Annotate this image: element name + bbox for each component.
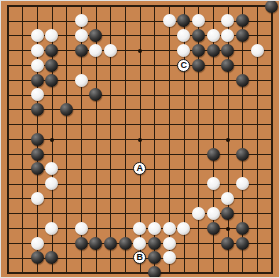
board-point[interactable] <box>118 28 133 43</box>
board-point[interactable] <box>235 87 250 102</box>
board-point[interactable] <box>118 265 133 278</box>
board-point[interactable] <box>1 13 16 28</box>
board-point[interactable] <box>15 28 30 43</box>
board-point[interactable] <box>147 43 162 58</box>
board-point[interactable] <box>59 117 74 132</box>
go-board[interactable]: CAB <box>0 0 280 278</box>
board-point[interactable] <box>30 236 45 251</box>
board-point[interactable] <box>1 58 16 73</box>
board-point[interactable] <box>103 191 118 206</box>
board-point[interactable] <box>103 206 118 221</box>
board-point[interactable] <box>264 13 279 28</box>
board-point[interactable] <box>162 28 177 43</box>
board-point[interactable] <box>147 147 162 162</box>
board-point[interactable] <box>1 147 16 162</box>
board-point[interactable] <box>264 117 279 132</box>
board-point[interactable] <box>206 250 221 265</box>
board-point[interactable] <box>206 87 221 102</box>
board-point[interactable] <box>264 102 279 117</box>
option-label-A[interactable]: A <box>133 162 146 175</box>
board-point[interactable] <box>191 87 206 102</box>
board-point[interactable] <box>220 236 235 251</box>
board-point[interactable] <box>162 73 177 88</box>
board-point[interactable] <box>89 250 104 265</box>
board-point[interactable] <box>59 265 74 278</box>
board-point[interactable] <box>59 28 74 43</box>
board-point[interactable] <box>74 73 89 88</box>
board-point[interactable] <box>74 191 89 206</box>
board-point[interactable] <box>162 43 177 58</box>
board-point[interactable] <box>30 73 45 88</box>
board-point[interactable] <box>15 43 30 58</box>
board-point[interactable] <box>235 206 250 221</box>
board-point[interactable] <box>176 147 191 162</box>
board-point[interactable] <box>1 191 16 206</box>
board-point[interactable] <box>45 191 60 206</box>
board-point[interactable] <box>15 250 30 265</box>
board-point[interactable] <box>206 206 221 221</box>
board-point[interactable] <box>250 132 265 147</box>
board-point[interactable] <box>118 147 133 162</box>
board-point[interactable] <box>30 147 45 162</box>
board-point[interactable] <box>45 250 60 265</box>
board-point[interactable] <box>133 87 148 102</box>
board-point[interactable] <box>59 58 74 73</box>
board-point[interactable] <box>1 250 16 265</box>
board-point[interactable] <box>59 132 74 147</box>
board-point[interactable] <box>176 162 191 177</box>
board-point[interactable] <box>220 87 235 102</box>
board-point[interactable] <box>206 236 221 251</box>
board-point[interactable] <box>220 43 235 58</box>
board-point[interactable] <box>191 117 206 132</box>
board-point[interactable] <box>74 43 89 58</box>
board-point[interactable] <box>15 0 30 13</box>
board-point[interactable] <box>250 265 265 278</box>
board-point[interactable] <box>191 102 206 117</box>
board-point[interactable] <box>89 162 104 177</box>
board-point[interactable] <box>1 0 16 13</box>
board-point[interactable] <box>220 0 235 13</box>
board-point[interactable] <box>118 250 133 265</box>
board-point[interactable] <box>264 87 279 102</box>
board-point[interactable] <box>147 265 162 278</box>
board-point[interactable] <box>264 0 279 13</box>
board-point[interactable] <box>30 102 45 117</box>
board-point[interactable] <box>74 176 89 191</box>
board-point[interactable] <box>103 147 118 162</box>
board-point[interactable] <box>250 102 265 117</box>
board-point[interactable] <box>235 73 250 88</box>
board-point[interactable] <box>59 73 74 88</box>
board-point[interactable] <box>103 73 118 88</box>
board-point[interactable] <box>103 87 118 102</box>
board-point[interactable] <box>176 13 191 28</box>
board-point[interactable] <box>147 13 162 28</box>
board-point[interactable] <box>220 102 235 117</box>
board-point[interactable] <box>147 58 162 73</box>
board-point[interactable]: B <box>133 250 148 265</box>
board-point[interactable] <box>118 13 133 28</box>
board-point[interactable] <box>206 102 221 117</box>
board-point[interactable] <box>162 87 177 102</box>
board-point[interactable] <box>162 206 177 221</box>
board-point[interactable] <box>176 206 191 221</box>
board-point[interactable] <box>191 132 206 147</box>
board-point[interactable] <box>162 132 177 147</box>
board-point[interactable] <box>30 265 45 278</box>
board-point[interactable] <box>30 132 45 147</box>
board-point[interactable] <box>250 221 265 236</box>
board-point[interactable] <box>74 265 89 278</box>
board-point[interactable] <box>118 206 133 221</box>
board-point[interactable] <box>191 176 206 191</box>
board-point[interactable] <box>45 73 60 88</box>
board-point[interactable] <box>59 236 74 251</box>
board-point[interactable] <box>133 0 148 13</box>
board-point[interactable] <box>45 176 60 191</box>
board-point[interactable] <box>220 250 235 265</box>
board-point[interactable] <box>220 58 235 73</box>
board-point[interactable] <box>59 191 74 206</box>
board-point[interactable] <box>206 13 221 28</box>
board-point[interactable] <box>118 191 133 206</box>
board-point[interactable] <box>89 13 104 28</box>
board-point[interactable] <box>45 147 60 162</box>
board-point[interactable] <box>206 43 221 58</box>
board-point[interactable] <box>89 236 104 251</box>
board-point[interactable] <box>220 147 235 162</box>
board-point[interactable] <box>89 147 104 162</box>
board-point[interactable] <box>1 206 16 221</box>
board-point[interactable] <box>1 236 16 251</box>
board-point[interactable] <box>147 28 162 43</box>
board-point[interactable] <box>45 236 60 251</box>
board-point[interactable] <box>15 117 30 132</box>
board-point[interactable] <box>264 250 279 265</box>
board-point[interactable] <box>30 206 45 221</box>
board-point[interactable] <box>264 147 279 162</box>
board-point[interactable] <box>59 13 74 28</box>
board-point[interactable] <box>206 0 221 13</box>
board-point[interactable] <box>103 28 118 43</box>
board-point[interactable] <box>147 206 162 221</box>
board-point[interactable] <box>59 162 74 177</box>
board-point[interactable] <box>15 73 30 88</box>
board-point[interactable] <box>264 191 279 206</box>
board-point[interactable]: C <box>176 58 191 73</box>
board-point[interactable] <box>250 250 265 265</box>
board-point[interactable] <box>264 236 279 251</box>
board-point[interactable] <box>176 236 191 251</box>
board-point[interactable] <box>191 58 206 73</box>
board-point[interactable] <box>89 0 104 13</box>
board-point[interactable] <box>250 162 265 177</box>
board-point[interactable] <box>147 250 162 265</box>
board-point[interactable] <box>59 0 74 13</box>
board-point[interactable] <box>30 87 45 102</box>
board-point[interactable] <box>133 221 148 236</box>
board-point[interactable] <box>191 162 206 177</box>
board-point[interactable] <box>133 147 148 162</box>
board-point[interactable] <box>59 87 74 102</box>
board-point[interactable] <box>220 73 235 88</box>
board-point[interactable] <box>30 117 45 132</box>
board-point[interactable] <box>45 117 60 132</box>
board-point[interactable] <box>89 87 104 102</box>
board-point[interactable] <box>103 58 118 73</box>
board-point[interactable] <box>162 117 177 132</box>
board-point[interactable] <box>89 191 104 206</box>
board-point[interactable] <box>206 58 221 73</box>
board-point[interactable] <box>235 265 250 278</box>
board-point[interactable] <box>1 28 16 43</box>
board-point[interactable] <box>15 147 30 162</box>
board-point[interactable] <box>176 87 191 102</box>
board-point[interactable] <box>59 147 74 162</box>
board-point[interactable] <box>264 58 279 73</box>
board-point[interactable] <box>30 13 45 28</box>
board-point[interactable] <box>206 191 221 206</box>
board-point[interactable] <box>250 117 265 132</box>
board-point[interactable] <box>220 13 235 28</box>
board-point[interactable] <box>162 221 177 236</box>
board-point[interactable] <box>74 147 89 162</box>
board-point[interactable] <box>74 206 89 221</box>
board-point[interactable] <box>235 117 250 132</box>
board-point[interactable] <box>103 176 118 191</box>
board-point[interactable] <box>206 162 221 177</box>
board-point[interactable] <box>103 117 118 132</box>
board-point[interactable] <box>15 102 30 117</box>
board-point[interactable] <box>176 176 191 191</box>
board-point[interactable] <box>89 176 104 191</box>
board-point[interactable] <box>45 102 60 117</box>
board-point[interactable] <box>1 87 16 102</box>
board-point[interactable] <box>220 176 235 191</box>
option-label-B[interactable]: B <box>133 251 146 264</box>
board-point[interactable] <box>162 13 177 28</box>
board-point[interactable] <box>147 132 162 147</box>
board-point[interactable] <box>59 206 74 221</box>
board-point[interactable] <box>147 236 162 251</box>
board-point[interactable] <box>220 221 235 236</box>
board-point[interactable] <box>147 162 162 177</box>
board-point[interactable] <box>191 250 206 265</box>
board-point[interactable] <box>89 102 104 117</box>
board-point[interactable] <box>235 147 250 162</box>
board-point[interactable] <box>45 206 60 221</box>
board-point[interactable] <box>133 265 148 278</box>
board-point[interactable] <box>45 28 60 43</box>
board-point[interactable] <box>191 13 206 28</box>
board-point[interactable] <box>1 265 16 278</box>
board-point[interactable] <box>206 221 221 236</box>
board-point[interactable] <box>133 43 148 58</box>
board-point[interactable] <box>162 191 177 206</box>
board-point[interactable] <box>59 176 74 191</box>
board-point[interactable] <box>235 176 250 191</box>
board-point[interactable] <box>89 58 104 73</box>
board-point[interactable] <box>103 265 118 278</box>
board-point[interactable] <box>162 236 177 251</box>
board-point[interactable] <box>147 117 162 132</box>
board-point[interactable] <box>74 87 89 102</box>
board-point[interactable] <box>206 176 221 191</box>
board-point[interactable] <box>74 0 89 13</box>
board-point[interactable] <box>118 221 133 236</box>
board-point[interactable] <box>235 221 250 236</box>
board-point[interactable] <box>15 236 30 251</box>
board-point[interactable] <box>89 265 104 278</box>
board-point[interactable] <box>264 176 279 191</box>
board-point[interactable] <box>264 221 279 236</box>
board-point[interactable] <box>147 73 162 88</box>
board-point[interactable] <box>264 206 279 221</box>
board-point[interactable] <box>206 28 221 43</box>
board-point[interactable] <box>176 265 191 278</box>
board-point[interactable] <box>15 58 30 73</box>
board-point[interactable] <box>15 176 30 191</box>
board-point[interactable] <box>250 206 265 221</box>
board-point[interactable] <box>45 43 60 58</box>
board-point[interactable] <box>250 43 265 58</box>
board-point[interactable] <box>1 102 16 117</box>
board-point[interactable] <box>74 250 89 265</box>
board-point[interactable] <box>206 73 221 88</box>
board-point[interactable] <box>30 43 45 58</box>
board-point[interactable] <box>206 132 221 147</box>
board-point[interactable] <box>133 102 148 117</box>
board-point[interactable] <box>220 162 235 177</box>
board-point[interactable] <box>89 43 104 58</box>
board-point[interactable] <box>176 221 191 236</box>
board-point[interactable] <box>235 250 250 265</box>
board-point[interactable] <box>103 13 118 28</box>
board-point[interactable] <box>191 0 206 13</box>
board-point[interactable] <box>220 28 235 43</box>
board-point[interactable] <box>191 28 206 43</box>
board-point[interactable] <box>15 191 30 206</box>
board-point[interactable] <box>118 132 133 147</box>
board-point[interactable] <box>250 13 265 28</box>
board-point[interactable] <box>103 162 118 177</box>
board-point[interactable] <box>250 176 265 191</box>
board-point[interactable] <box>220 191 235 206</box>
board-point[interactable] <box>59 221 74 236</box>
board-point[interactable] <box>250 0 265 13</box>
board-point[interactable] <box>89 132 104 147</box>
board-point[interactable] <box>191 236 206 251</box>
board-point[interactable] <box>191 221 206 236</box>
board-point[interactable] <box>264 162 279 177</box>
board-point[interactable] <box>133 191 148 206</box>
board-point[interactable] <box>15 206 30 221</box>
board-point[interactable] <box>264 265 279 278</box>
board-point[interactable] <box>250 87 265 102</box>
board-point[interactable] <box>176 0 191 13</box>
board-point[interactable] <box>118 73 133 88</box>
board-point[interactable] <box>74 58 89 73</box>
board-point[interactable] <box>118 87 133 102</box>
board-point[interactable] <box>235 162 250 177</box>
board-point[interactable] <box>191 265 206 278</box>
board-point[interactable] <box>206 265 221 278</box>
board-point[interactable] <box>162 162 177 177</box>
board-point[interactable] <box>118 236 133 251</box>
board-point[interactable] <box>15 87 30 102</box>
board-point[interactable] <box>45 13 60 28</box>
board-point[interactable] <box>176 73 191 88</box>
board-point[interactable] <box>162 176 177 191</box>
board-point[interactable] <box>250 28 265 43</box>
board-point[interactable] <box>103 43 118 58</box>
board-point[interactable] <box>220 117 235 132</box>
board-point[interactable] <box>118 102 133 117</box>
board-point[interactable] <box>191 191 206 206</box>
board-point[interactable] <box>162 147 177 162</box>
board-point[interactable] <box>103 236 118 251</box>
board-point[interactable] <box>74 236 89 251</box>
board-point[interactable] <box>59 102 74 117</box>
board-point[interactable] <box>264 132 279 147</box>
board-point[interactable] <box>103 221 118 236</box>
board-point[interactable] <box>176 102 191 117</box>
board-point[interactable] <box>1 117 16 132</box>
board-point[interactable] <box>235 28 250 43</box>
board-point[interactable] <box>162 265 177 278</box>
board-point[interactable] <box>74 102 89 117</box>
board-point[interactable] <box>59 250 74 265</box>
board-point[interactable] <box>176 250 191 265</box>
board-point[interactable] <box>1 176 16 191</box>
board-point[interactable] <box>162 250 177 265</box>
board-point[interactable] <box>1 162 16 177</box>
board-point[interactable] <box>74 117 89 132</box>
board-point[interactable] <box>89 28 104 43</box>
board-point[interactable] <box>45 221 60 236</box>
board-point[interactable] <box>74 221 89 236</box>
board-point[interactable] <box>235 58 250 73</box>
board-point[interactable] <box>191 73 206 88</box>
board-point[interactable] <box>15 221 30 236</box>
board-point[interactable] <box>264 73 279 88</box>
board-point[interactable] <box>176 28 191 43</box>
board-point[interactable] <box>162 58 177 73</box>
board-point[interactable] <box>191 206 206 221</box>
board-point[interactable] <box>118 176 133 191</box>
board-point[interactable] <box>235 0 250 13</box>
board-point[interactable] <box>45 162 60 177</box>
board-point[interactable] <box>89 117 104 132</box>
board-point[interactable] <box>264 43 279 58</box>
board-point[interactable] <box>15 162 30 177</box>
board-point[interactable] <box>133 236 148 251</box>
board-point[interactable] <box>176 43 191 58</box>
board-point[interactable] <box>235 13 250 28</box>
board-point[interactable]: A <box>133 162 148 177</box>
board-point[interactable] <box>103 250 118 265</box>
board-point[interactable] <box>118 58 133 73</box>
board-point[interactable] <box>147 0 162 13</box>
board-point[interactable] <box>45 265 60 278</box>
board-point[interactable] <box>250 58 265 73</box>
board-point[interactable] <box>147 176 162 191</box>
board-point[interactable] <box>162 102 177 117</box>
board-point[interactable] <box>1 43 16 58</box>
board-point[interactable] <box>118 162 133 177</box>
board-point[interactable] <box>250 73 265 88</box>
